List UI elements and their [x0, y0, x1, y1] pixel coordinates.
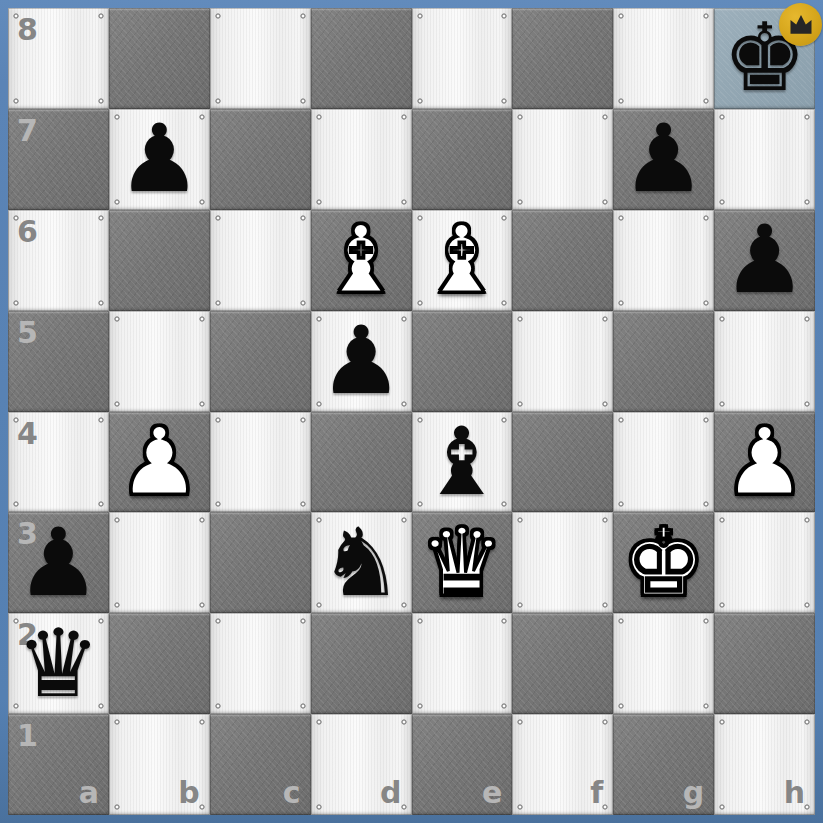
square-g1[interactable]: g: [613, 714, 714, 815]
rank-label-4: 4: [17, 419, 38, 449]
square-a3[interactable]: 3♟: [8, 512, 109, 613]
file-label-g: g: [683, 778, 704, 808]
square-d8[interactable]: [311, 8, 412, 109]
square-h6[interactable]: ♟: [714, 210, 815, 311]
black-pawn[interactable]: ♟: [16, 516, 100, 610]
square-f3[interactable]: [512, 512, 613, 613]
square-c3[interactable]: [210, 512, 311, 613]
file-label-b: b: [178, 778, 199, 808]
square-c4[interactable]: [210, 412, 311, 513]
square-f6[interactable]: [512, 210, 613, 311]
file-label-h: h: [784, 778, 805, 808]
square-g6[interactable]: [613, 210, 714, 311]
square-d7[interactable]: [311, 109, 412, 210]
square-g2[interactable]: [613, 613, 714, 714]
square-h7[interactable]: [714, 109, 815, 210]
square-b7[interactable]: ♟: [109, 109, 210, 210]
square-b6[interactable]: [109, 210, 210, 311]
square-a4[interactable]: 4: [8, 412, 109, 513]
square-h2[interactable]: [714, 613, 815, 714]
rank-label-5: 5: [17, 318, 38, 348]
square-a6[interactable]: 6: [8, 210, 109, 311]
square-a7[interactable]: 7: [8, 109, 109, 210]
square-h5[interactable]: [714, 311, 815, 412]
file-label-a: a: [79, 778, 99, 808]
square-g5[interactable]: [613, 311, 714, 412]
square-c5[interactable]: [210, 311, 311, 412]
square-e5[interactable]: [412, 311, 513, 412]
square-e3[interactable]: ♛: [412, 512, 513, 613]
square-b2[interactable]: [109, 613, 210, 714]
black-pawn[interactable]: ♟: [117, 112, 201, 206]
white-pawn[interactable]: ♟: [722, 415, 806, 509]
square-c2[interactable]: [210, 613, 311, 714]
file-label-e: e: [482, 778, 502, 808]
square-c8[interactable]: [210, 8, 311, 109]
square-e2[interactable]: [412, 613, 513, 714]
square-b1[interactable]: b: [109, 714, 210, 815]
square-g3[interactable]: ♚: [613, 512, 714, 613]
black-queen[interactable]: ♛: [16, 617, 100, 711]
square-g7[interactable]: ♟: [613, 109, 714, 210]
square-e6[interactable]: ♝: [412, 210, 513, 311]
square-e4[interactable]: ♝: [412, 412, 513, 513]
black-pawn[interactable]: ♟: [622, 112, 706, 206]
square-h4[interactable]: ♟: [714, 412, 815, 513]
square-b8[interactable]: [109, 8, 210, 109]
square-c7[interactable]: [210, 109, 311, 210]
rank-label-1: 1: [17, 721, 38, 751]
black-pawn[interactable]: ♟: [722, 213, 806, 307]
rank-label-6: 6: [17, 217, 38, 247]
square-e8[interactable]: [412, 8, 513, 109]
square-b5[interactable]: [109, 311, 210, 412]
square-d2[interactable]: [311, 613, 412, 714]
square-g8[interactable]: [613, 8, 714, 109]
white-king[interactable]: ♚: [622, 516, 706, 610]
square-d6[interactable]: ♝: [311, 210, 412, 311]
square-a8[interactable]: 8: [8, 8, 109, 109]
chess-board: 8♚7♟♟6♝♝♟5♟4♟♝♟3♟♞♛♚2♛1abcdefgh: [8, 8, 815, 815]
square-f5[interactable]: [512, 311, 613, 412]
square-b4[interactable]: ♟: [109, 412, 210, 513]
file-label-f: f: [590, 778, 603, 808]
square-f2[interactable]: [512, 613, 613, 714]
black-pawn[interactable]: ♟: [319, 314, 403, 408]
file-label-d: d: [380, 778, 401, 808]
black-knight[interactable]: ♞: [319, 516, 403, 610]
square-c6[interactable]: [210, 210, 311, 311]
square-a2[interactable]: 2♛: [8, 613, 109, 714]
black-bishop[interactable]: ♝: [420, 415, 504, 509]
square-f4[interactable]: [512, 412, 613, 513]
square-h1[interactable]: h: [714, 714, 815, 815]
square-a1[interactable]: 1a: [8, 714, 109, 815]
square-g4[interactable]: [613, 412, 714, 513]
white-queen[interactable]: ♛: [420, 516, 504, 610]
square-a5[interactable]: 5: [8, 311, 109, 412]
square-d3[interactable]: ♞: [311, 512, 412, 613]
white-bishop[interactable]: ♝: [319, 213, 403, 307]
square-e7[interactable]: [412, 109, 513, 210]
square-f7[interactable]: [512, 109, 613, 210]
square-f1[interactable]: f: [512, 714, 613, 815]
winner-crown-icon: [779, 3, 822, 46]
square-d5[interactable]: ♟: [311, 311, 412, 412]
white-pawn[interactable]: ♟: [117, 415, 201, 509]
square-d1[interactable]: d: [311, 714, 412, 815]
white-bishop[interactable]: ♝: [420, 213, 504, 307]
square-d4[interactable]: [311, 412, 412, 513]
square-e1[interactable]: e: [412, 714, 513, 815]
square-h8[interactable]: ♚: [714, 8, 815, 109]
rank-label-7: 7: [17, 116, 38, 146]
square-f8[interactable]: [512, 8, 613, 109]
rank-label-8: 8: [17, 15, 38, 45]
file-label-c: c: [283, 778, 301, 808]
square-b3[interactable]: [109, 512, 210, 613]
square-c1[interactable]: c: [210, 714, 311, 815]
square-h3[interactable]: [714, 512, 815, 613]
